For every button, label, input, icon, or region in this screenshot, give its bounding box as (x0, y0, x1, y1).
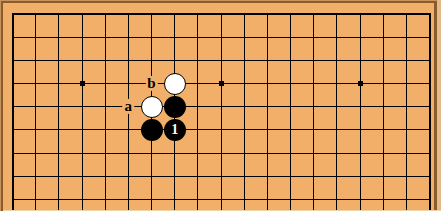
grid-line-vertical (290, 13, 291, 211)
white-stone[interactable] (164, 73, 186, 95)
grid-line-horizontal (12, 176, 431, 177)
grid-line-vertical (82, 13, 83, 211)
point-label-a[interactable]: a (123, 99, 135, 114)
grid-line-vertical (221, 13, 222, 211)
white-stone[interactable] (141, 96, 163, 118)
grid-line-horizontal (12, 153, 431, 154)
grid-line-horizontal (12, 199, 431, 200)
grid-line-vertical (244, 13, 245, 211)
grid-line-vertical (105, 13, 106, 211)
grid-line-vertical (313, 13, 314, 211)
grid-line-vertical (12, 13, 14, 211)
frame-outer-right (437, 0, 441, 211)
frame-border-top (0, 1, 441, 3)
grid-line-vertical (35, 13, 36, 211)
star-point (219, 81, 224, 86)
grid-line-horizontal (12, 60, 431, 61)
grid-line-vertical (336, 13, 337, 211)
frame-border-left (1, 1, 3, 211)
frame-outer-bottom (3, 210, 441, 212)
grid-line-horizontal (12, 13, 431, 15)
black-stone[interactable] (141, 119, 163, 141)
grid-line-vertical (383, 13, 384, 211)
move-number: 1 (171, 123, 178, 137)
black-stone[interactable] (164, 96, 186, 118)
grid-line-vertical (406, 13, 407, 211)
grid-line-horizontal (12, 129, 431, 130)
grid-line-vertical (197, 13, 198, 211)
point-label-b[interactable]: b (145, 75, 157, 90)
black-stone-numbered[interactable]: 1 (164, 119, 186, 141)
grid-line-vertical (429, 13, 431, 211)
star-point (80, 81, 85, 86)
grid-line-vertical (360, 13, 361, 211)
grid-line-vertical (267, 13, 268, 211)
grid-line-horizontal (12, 37, 431, 38)
go-diagram: 1ba (0, 0, 441, 211)
grid-line-horizontal (12, 106, 431, 107)
star-point (358, 81, 363, 86)
grid-line-vertical (58, 13, 59, 211)
